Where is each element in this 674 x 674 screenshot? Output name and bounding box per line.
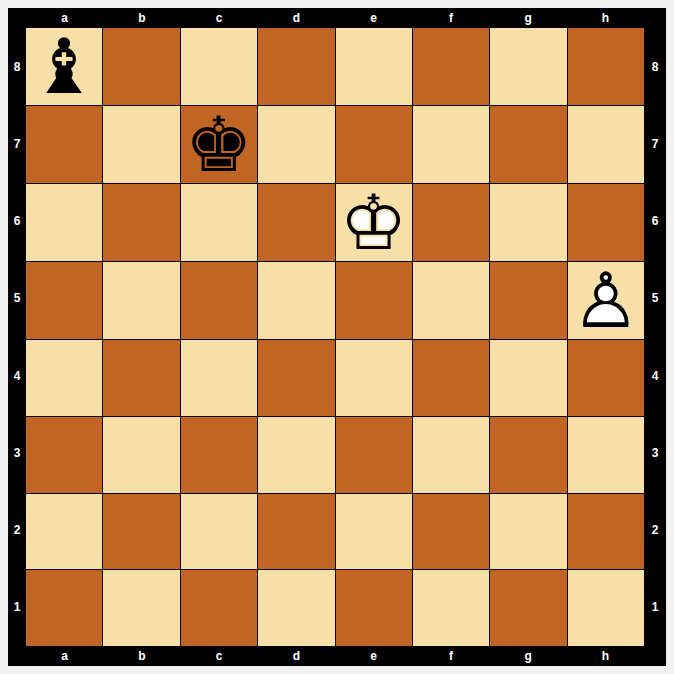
- square-f2[interactable]: [413, 494, 489, 570]
- piece-black-king[interactable]: ♚: [181, 106, 257, 183]
- square-h1[interactable]: [568, 570, 644, 646]
- square-a6[interactable]: [26, 184, 102, 261]
- file-label-g: g: [490, 646, 567, 666]
- white-king-fill-glyph: ♚: [340, 184, 408, 261]
- square-e8[interactable]: [336, 28, 412, 105]
- square-c8[interactable]: [181, 28, 257, 105]
- square-c3[interactable]: [181, 417, 257, 493]
- square-g3[interactable]: [490, 417, 566, 493]
- square-g2[interactable]: [490, 494, 566, 570]
- square-h3[interactable]: [568, 417, 644, 493]
- chessboard: ♝♚♚♔♟♙: [26, 28, 644, 646]
- square-c4[interactable]: [181, 340, 257, 416]
- square-h7[interactable]: [568, 106, 644, 183]
- square-a1[interactable]: [26, 570, 102, 646]
- square-d5[interactable]: [258, 262, 334, 339]
- file-labels-top: abcdefgh: [26, 8, 644, 28]
- square-h4[interactable]: [568, 340, 644, 416]
- white-pawn-fill-glyph: ♟: [572, 262, 640, 339]
- rank-label-5: 5: [8, 260, 26, 337]
- square-g5[interactable]: [490, 262, 566, 339]
- rank-label-8: 8: [644, 28, 666, 105]
- square-b5[interactable]: [103, 262, 179, 339]
- rank-label-1: 1: [8, 569, 26, 646]
- piece-white-pawn[interactable]: ♟♙: [568, 262, 644, 339]
- square-b8[interactable]: [103, 28, 179, 105]
- square-f8[interactable]: [413, 28, 489, 105]
- rank-label-6: 6: [644, 183, 666, 260]
- square-g8[interactable]: [490, 28, 566, 105]
- file-labels-bottom: abcdefgh: [26, 646, 644, 666]
- square-h5[interactable]: ♟♙: [568, 262, 644, 339]
- square-b3[interactable]: [103, 417, 179, 493]
- square-d4[interactable]: [258, 340, 334, 416]
- square-e1[interactable]: [336, 570, 412, 646]
- rank-label-3: 3: [644, 414, 666, 491]
- chessboard-frame: abcdefgh 87654321 ♝♚♚♔♟♙ 87654321 abcdef…: [8, 8, 666, 666]
- rank-label-4: 4: [8, 337, 26, 414]
- file-label-d: d: [258, 646, 335, 666]
- square-f1[interactable]: [413, 570, 489, 646]
- file-label-b: b: [103, 646, 180, 666]
- square-e5[interactable]: [336, 262, 412, 339]
- rank-label-2: 2: [8, 492, 26, 569]
- file-label-f: f: [412, 646, 489, 666]
- white-king-icon: ♔: [340, 184, 408, 261]
- square-d6[interactable]: [258, 184, 334, 261]
- rank-label-8: 8: [8, 28, 26, 105]
- rank-label-1: 1: [644, 569, 666, 646]
- square-b1[interactable]: [103, 570, 179, 646]
- square-f4[interactable]: [413, 340, 489, 416]
- square-a3[interactable]: [26, 417, 102, 493]
- square-b2[interactable]: [103, 494, 179, 570]
- square-c5[interactable]: [181, 262, 257, 339]
- square-h6[interactable]: [568, 184, 644, 261]
- square-f7[interactable]: [413, 106, 489, 183]
- rank-labels-left: 87654321: [8, 28, 26, 646]
- square-d1[interactable]: [258, 570, 334, 646]
- square-g6[interactable]: [490, 184, 566, 261]
- black-bishop-icon: ♝: [30, 28, 98, 105]
- file-label-a: a: [26, 646, 103, 666]
- square-c1[interactable]: [181, 570, 257, 646]
- page: { "game": "chess", "position": { "fen": …: [0, 0, 674, 674]
- piece-black-bishop[interactable]: ♝: [26, 28, 102, 105]
- file-label-a: a: [26, 8, 103, 28]
- square-f3[interactable]: [413, 417, 489, 493]
- file-label-b: b: [103, 8, 180, 28]
- square-a8[interactable]: ♝: [26, 28, 102, 105]
- square-e7[interactable]: [336, 106, 412, 183]
- file-label-h: h: [567, 646, 644, 666]
- file-label-e: e: [335, 8, 412, 28]
- square-e4[interactable]: [336, 340, 412, 416]
- square-d3[interactable]: [258, 417, 334, 493]
- file-label-c: c: [181, 8, 258, 28]
- square-e3[interactable]: [336, 417, 412, 493]
- square-d8[interactable]: [258, 28, 334, 105]
- square-a2[interactable]: [26, 494, 102, 570]
- square-b4[interactable]: [103, 340, 179, 416]
- square-g7[interactable]: [490, 106, 566, 183]
- square-b7[interactable]: [103, 106, 179, 183]
- rank-label-4: 4: [644, 337, 666, 414]
- square-c6[interactable]: [181, 184, 257, 261]
- square-g1[interactable]: [490, 570, 566, 646]
- file-label-d: d: [258, 8, 335, 28]
- rank-labels-right: 87654321: [644, 28, 666, 646]
- file-label-f: f: [412, 8, 489, 28]
- rank-label-7: 7: [8, 105, 26, 182]
- square-g4[interactable]: [490, 340, 566, 416]
- rank-label-7: 7: [644, 105, 666, 182]
- square-b6[interactable]: [103, 184, 179, 261]
- square-f5[interactable]: [413, 262, 489, 339]
- black-king-icon: ♚: [185, 106, 253, 183]
- square-a7[interactable]: [26, 106, 102, 183]
- square-c2[interactable]: [181, 494, 257, 570]
- square-c7[interactable]: ♚: [181, 106, 257, 183]
- file-label-g: g: [490, 8, 567, 28]
- rank-label-2: 2: [644, 492, 666, 569]
- white-pawn-icon: ♙: [572, 262, 640, 339]
- square-e6[interactable]: ♚♔: [336, 184, 412, 261]
- square-d7[interactable]: [258, 106, 334, 183]
- rank-label-6: 6: [8, 183, 26, 260]
- square-a4[interactable]: [26, 340, 102, 416]
- file-label-c: c: [181, 646, 258, 666]
- rank-label-3: 3: [8, 414, 26, 491]
- piece-white-king[interactable]: ♚♔: [336, 184, 412, 261]
- file-label-h: h: [567, 8, 644, 28]
- square-h8[interactable]: [568, 28, 644, 105]
- square-e2[interactable]: [336, 494, 412, 570]
- square-h2[interactable]: [568, 494, 644, 570]
- file-label-e: e: [335, 646, 412, 666]
- square-f6[interactable]: [413, 184, 489, 261]
- square-d2[interactable]: [258, 494, 334, 570]
- rank-label-5: 5: [644, 260, 666, 337]
- square-a5[interactable]: [26, 262, 102, 339]
